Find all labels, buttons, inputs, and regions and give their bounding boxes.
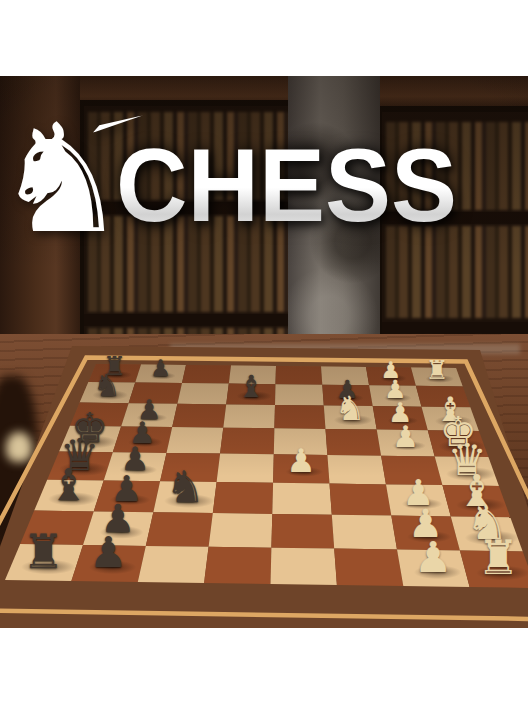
white-pawn-d4[interactable]: ♟ xyxy=(286,445,315,477)
chess-board[interactable] xyxy=(0,0,528,704)
square-g4[interactable] xyxy=(275,384,324,405)
black-bishop-g5[interactable]: ♝ xyxy=(237,371,265,402)
square-b4[interactable] xyxy=(271,514,334,549)
square-b6[interactable] xyxy=(146,512,213,547)
square-a4[interactable] xyxy=(271,548,337,585)
square-e6[interactable] xyxy=(167,427,224,454)
white-knight-f3[interactable]: ♞ xyxy=(335,393,365,427)
square-d3[interactable] xyxy=(327,455,386,484)
black-rook-a8[interactable]: ♜ xyxy=(22,528,64,575)
square-c5[interactable] xyxy=(213,482,273,514)
square-a5[interactable] xyxy=(204,547,271,584)
square-a6[interactable] xyxy=(138,546,209,583)
letterbox-bottom xyxy=(0,628,528,704)
black-bishop-c8[interactable]: ♝ xyxy=(49,463,88,507)
square-b5[interactable] xyxy=(209,513,273,548)
white-rook-a1[interactable]: ♜ xyxy=(477,534,519,581)
black-knight-c6[interactable]: ♞ xyxy=(165,465,204,509)
white-pawn-e2[interactable]: ♟ xyxy=(392,421,419,451)
square-h6[interactable] xyxy=(182,365,231,384)
square-e5[interactable] xyxy=(220,428,274,455)
white-rook-h1[interactable]: ♜ xyxy=(425,358,448,384)
square-f4[interactable] xyxy=(274,405,325,429)
square-g6[interactable] xyxy=(177,383,228,404)
black-pawn-a7[interactable]: ♟ xyxy=(89,533,127,575)
letterbox-top xyxy=(0,0,528,76)
app-screenshot: ♞ CHESS ♜♟♟♜♞♝♟♟♟♞♟♝♚♟♟♚♛♟♟♛♝♟♞♟♝♟♟♞♜♟♟♜ xyxy=(0,0,528,704)
black-knight-g8[interactable]: ♞ xyxy=(93,369,121,400)
black-pawn-h7[interactable]: ♟ xyxy=(150,357,171,380)
square-f5[interactable] xyxy=(223,404,275,428)
square-a3[interactable] xyxy=(334,549,403,586)
square-c4[interactable] xyxy=(272,483,332,515)
square-d5[interactable] xyxy=(217,454,274,483)
square-b3[interactable] xyxy=(332,515,397,550)
square-f6[interactable] xyxy=(172,404,226,428)
white-pawn-a2[interactable]: ♟ xyxy=(414,538,452,580)
square-e3[interactable] xyxy=(326,429,382,456)
square-h4[interactable] xyxy=(276,366,323,385)
square-c3[interactable] xyxy=(330,484,392,516)
